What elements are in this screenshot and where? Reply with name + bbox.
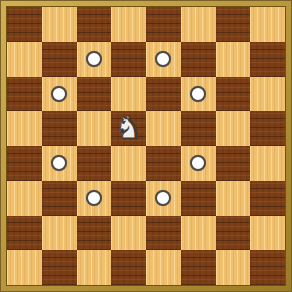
- board-square[interactable]: [42, 181, 77, 216]
- board-square[interactable]: [7, 111, 42, 146]
- board-square[interactable]: [77, 111, 112, 146]
- board-square[interactable]: ♞: [111, 111, 146, 146]
- board-square[interactable]: [146, 216, 181, 251]
- board-square[interactable]: [42, 77, 77, 112]
- board-square[interactable]: [181, 216, 216, 251]
- board-square[interactable]: [216, 216, 251, 251]
- move-dot[interactable]: [190, 155, 206, 171]
- board-square[interactable]: [216, 77, 251, 112]
- board-square[interactable]: [42, 42, 77, 77]
- board-square[interactable]: [146, 111, 181, 146]
- board-square[interactable]: [250, 250, 285, 285]
- board-square[interactable]: [77, 7, 112, 42]
- move-dot[interactable]: [51, 155, 67, 171]
- board-square[interactable]: [42, 7, 77, 42]
- board-square[interactable]: [181, 250, 216, 285]
- board-square[interactable]: [216, 42, 251, 77]
- board-frame: ♞: [0, 0, 292, 292]
- board-square[interactable]: [111, 216, 146, 251]
- board-square[interactable]: [42, 250, 77, 285]
- board-square[interactable]: [42, 216, 77, 251]
- board-square[interactable]: [216, 7, 251, 42]
- white-knight-piece[interactable]: ♞: [115, 112, 143, 143]
- board-square[interactable]: [250, 7, 285, 42]
- board-square[interactable]: [146, 42, 181, 77]
- board-square[interactable]: [111, 146, 146, 181]
- board-square[interactable]: [77, 216, 112, 251]
- board-square[interactable]: [181, 146, 216, 181]
- board-square[interactable]: [216, 111, 251, 146]
- board-square[interactable]: [111, 7, 146, 42]
- board-square[interactable]: [7, 77, 42, 112]
- board-square[interactable]: [7, 216, 42, 251]
- board-square[interactable]: [181, 181, 216, 216]
- board-square[interactable]: [7, 7, 42, 42]
- move-dot[interactable]: [155, 51, 171, 67]
- board-square[interactable]: [7, 250, 42, 285]
- board-square[interactable]: [250, 111, 285, 146]
- move-dot[interactable]: [190, 86, 206, 102]
- board-square[interactable]: [77, 146, 112, 181]
- board-square[interactable]: [42, 111, 77, 146]
- board-square[interactable]: [146, 250, 181, 285]
- board-square[interactable]: [77, 42, 112, 77]
- board-square[interactable]: [216, 250, 251, 285]
- board-square[interactable]: [181, 77, 216, 112]
- board-square[interactable]: [7, 181, 42, 216]
- board-square[interactable]: [250, 216, 285, 251]
- board-square[interactable]: [111, 42, 146, 77]
- board-square[interactable]: [250, 42, 285, 77]
- board-square[interactable]: [7, 42, 42, 77]
- board-square[interactable]: [111, 181, 146, 216]
- board-square[interactable]: [111, 77, 146, 112]
- board-square[interactable]: [216, 181, 251, 216]
- board-square[interactable]: [250, 181, 285, 216]
- move-dot[interactable]: [86, 51, 102, 67]
- move-dot[interactable]: [51, 86, 67, 102]
- board-square[interactable]: [181, 42, 216, 77]
- board-square[interactable]: [146, 181, 181, 216]
- board-square[interactable]: [77, 250, 112, 285]
- board-square[interactable]: [146, 146, 181, 181]
- chess-board: ♞: [7, 7, 285, 285]
- board-square[interactable]: [77, 77, 112, 112]
- board-square[interactable]: [250, 77, 285, 112]
- board-square[interactable]: [181, 111, 216, 146]
- board-square[interactable]: [7, 146, 42, 181]
- board-square[interactable]: [181, 7, 216, 42]
- board-square[interactable]: [111, 250, 146, 285]
- move-dot[interactable]: [86, 190, 102, 206]
- board-square[interactable]: [146, 77, 181, 112]
- move-dot[interactable]: [155, 190, 171, 206]
- board-square[interactable]: [42, 146, 77, 181]
- board-square[interactable]: [146, 7, 181, 42]
- board-square[interactable]: [250, 146, 285, 181]
- board-square[interactable]: [216, 146, 251, 181]
- board-square[interactable]: [77, 181, 112, 216]
